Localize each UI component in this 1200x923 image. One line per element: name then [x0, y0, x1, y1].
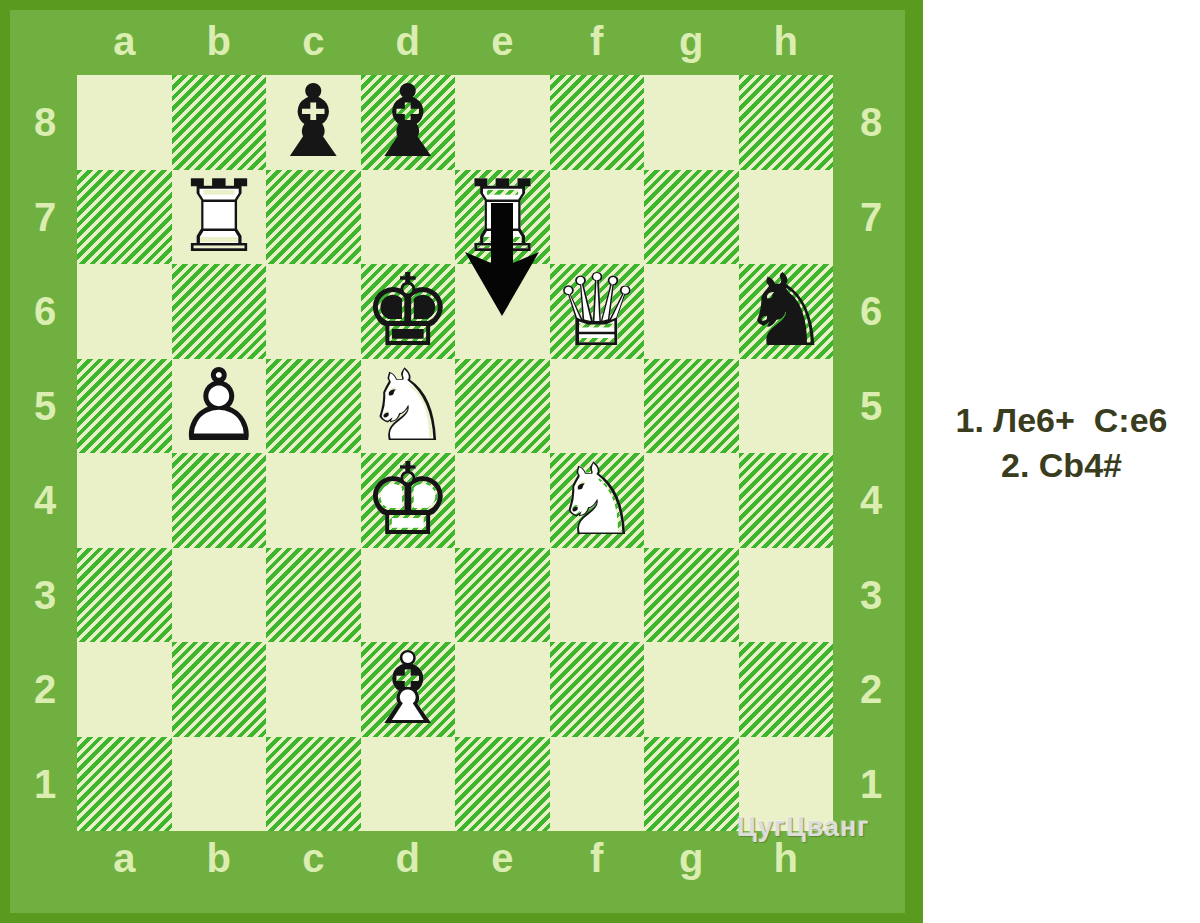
square-h2 [739, 642, 834, 737]
watermark: ЦугЦванг [737, 812, 870, 843]
square-a1 [77, 737, 172, 832]
rank-label-left-2: 2 [34, 667, 56, 712]
square-b8 [172, 75, 267, 170]
white-knight: ♞♘ [552, 450, 642, 550]
square-h7 [739, 170, 834, 265]
solution-line-2: 2. Сb4# [923, 443, 1200, 488]
square-a5 [77, 359, 172, 454]
file-label-bottom-f: f [590, 836, 603, 881]
square-e1 [455, 737, 550, 832]
square-f6: ♛♕ [550, 264, 645, 359]
square-d8: ♝ [361, 75, 456, 170]
file-label-top-e: e [491, 19, 513, 64]
square-b4 [172, 453, 267, 548]
square-f7 [550, 170, 645, 265]
rank-label-right-8: 8 [860, 100, 882, 145]
square-g2 [644, 642, 739, 737]
square-h3 [739, 548, 834, 643]
white-pawn: ♟♙ [174, 356, 264, 456]
square-h6: ♞ [739, 264, 834, 359]
rank-label-left-6: 6 [34, 289, 56, 334]
file-label-top-h: h [774, 19, 798, 64]
square-e3 [455, 548, 550, 643]
board-grid: ♝♝♜♖♜♖♚♛♕♞♟♙♞♘♚♔♞♘♝♗ [77, 75, 833, 831]
square-e8 [455, 75, 550, 170]
square-b7: ♜♖ [172, 170, 267, 265]
square-d7 [361, 170, 456, 265]
black-knight: ♞ [741, 261, 831, 361]
square-h4 [739, 453, 834, 548]
file-label-top-d: d [396, 19, 420, 64]
square-f5 [550, 359, 645, 454]
file-label-bottom-e: e [491, 836, 513, 881]
square-e5 [455, 359, 550, 454]
square-d6: ♚ [361, 264, 456, 359]
square-a6 [77, 264, 172, 359]
square-f1 [550, 737, 645, 832]
square-b1 [172, 737, 267, 832]
white-bishop: ♝♗ [363, 639, 453, 739]
square-d2: ♝♗ [361, 642, 456, 737]
file-label-top-f: f [590, 19, 603, 64]
file-label-bottom-a: a [113, 836, 135, 881]
file-label-bottom-d: d [396, 836, 420, 881]
square-b3 [172, 548, 267, 643]
square-c8: ♝ [266, 75, 361, 170]
square-e4 [455, 453, 550, 548]
rank-label-right-2: 2 [860, 667, 882, 712]
square-d1 [361, 737, 456, 832]
file-label-top-c: c [302, 19, 324, 64]
square-a3 [77, 548, 172, 643]
square-g6 [644, 264, 739, 359]
white-queen: ♛♕ [552, 261, 642, 361]
square-g8 [644, 75, 739, 170]
square-b6 [172, 264, 267, 359]
rank-label-left-1: 1 [34, 761, 56, 806]
square-b5: ♟♙ [172, 359, 267, 454]
square-c2 [266, 642, 361, 737]
rank-label-right-5: 5 [860, 383, 882, 428]
move-arrow-e7-e6 [458, 203, 546, 318]
page: aabbccddeeffgghh8877665544332211 ♝♝♜♖♜♖♚… [0, 0, 1200, 923]
square-f8 [550, 75, 645, 170]
square-g4 [644, 453, 739, 548]
square-h5 [739, 359, 834, 454]
rank-label-right-1: 1 [860, 761, 882, 806]
square-g7 [644, 170, 739, 265]
white-king: ♚♔ [363, 450, 453, 550]
square-f3 [550, 548, 645, 643]
rank-label-right-3: 3 [860, 572, 882, 617]
rank-label-left-3: 3 [34, 572, 56, 617]
square-f4: ♞♘ [550, 453, 645, 548]
square-a4 [77, 453, 172, 548]
file-label-bottom-b: b [207, 836, 231, 881]
black-bishop: ♝ [268, 72, 358, 172]
black-bishop: ♝ [363, 72, 453, 172]
square-c7 [266, 170, 361, 265]
square-a8 [77, 75, 172, 170]
file-label-bottom-c: c [302, 836, 324, 881]
rank-label-right-4: 4 [860, 478, 882, 523]
rank-label-left-4: 4 [34, 478, 56, 523]
square-c6 [266, 264, 361, 359]
rank-label-right-6: 6 [860, 289, 882, 334]
square-c1 [266, 737, 361, 832]
square-f2 [550, 642, 645, 737]
square-b2 [172, 642, 267, 737]
square-c4 [266, 453, 361, 548]
file-label-bottom-g: g [679, 836, 703, 881]
rank-label-left-8: 8 [34, 100, 56, 145]
square-c5 [266, 359, 361, 454]
file-label-top-g: g [679, 19, 703, 64]
square-g1 [644, 737, 739, 832]
square-g3 [644, 548, 739, 643]
square-a2 [77, 642, 172, 737]
square-d5: ♞♘ [361, 359, 456, 454]
solution-line-1: 1. Ле6+ С:е6 [923, 398, 1200, 443]
file-label-top-a: a [113, 19, 135, 64]
square-e2 [455, 642, 550, 737]
square-g5 [644, 359, 739, 454]
rank-label-right-7: 7 [860, 194, 882, 239]
square-a7 [77, 170, 172, 265]
file-label-top-b: b [207, 19, 231, 64]
chess-board: aabbccddeeffgghh8877665544332211 ♝♝♜♖♜♖♚… [0, 0, 923, 923]
rank-label-left-5: 5 [34, 383, 56, 428]
solution-text: 1. Ле6+ С:е6 2. Сb4# [923, 398, 1200, 488]
white-rook: ♜♖ [174, 167, 264, 267]
square-d3 [361, 548, 456, 643]
square-h8 [739, 75, 834, 170]
rank-label-left-7: 7 [34, 194, 56, 239]
square-d4: ♚♔ [361, 453, 456, 548]
square-c3 [266, 548, 361, 643]
